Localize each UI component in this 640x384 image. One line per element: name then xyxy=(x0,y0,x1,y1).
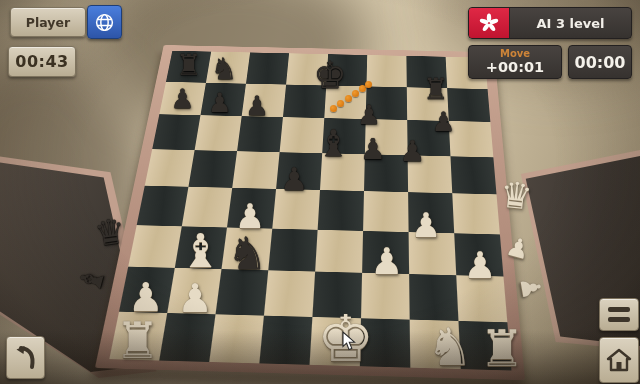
square-h4[interactable] xyxy=(452,193,500,234)
hong-kong-flag-icon xyxy=(469,8,510,38)
white-rook-a1[interactable]: ♜ xyxy=(115,316,160,366)
square-a5[interactable] xyxy=(145,149,195,187)
black-king-e8[interactable]: ♚ xyxy=(313,57,346,94)
captured-white-pawn: ♟ xyxy=(516,274,546,301)
black-pawn-f7[interactable]: ♟ xyxy=(357,103,381,130)
white-pawn-f3[interactable]: ♟ xyxy=(371,245,404,282)
black-knight-b8[interactable]: ♞ xyxy=(211,54,238,84)
black-pawn-a7[interactable]: ♟ xyxy=(171,87,195,114)
player-name-button[interactable]: Player xyxy=(10,7,86,37)
undo-arrow-icon xyxy=(14,345,38,371)
home-icon xyxy=(606,347,632,373)
white-king-e1[interactable]: ♚ xyxy=(317,307,375,372)
undo-button[interactable] xyxy=(6,336,45,379)
black-pawn-c7[interactable]: ♟ xyxy=(245,93,269,120)
square-e4[interactable] xyxy=(318,190,364,231)
white-pawn-g4[interactable]: ♟ xyxy=(411,208,441,242)
move-bonus-box: Move +00:01 xyxy=(468,45,562,79)
square-b6[interactable] xyxy=(195,115,242,151)
square-f4[interactable] xyxy=(363,191,409,232)
white-pawn-h3[interactable]: ♟ xyxy=(464,248,497,285)
menu-button[interactable] xyxy=(599,298,639,331)
move-bonus-value: +00:01 xyxy=(486,60,544,75)
opponent-name-label: AI 3 level xyxy=(510,8,631,38)
square-b4[interactable] xyxy=(182,187,232,227)
black-rook-a8[interactable]: ♜ xyxy=(176,51,202,80)
hamburger-menu-icon xyxy=(608,307,630,312)
square-g2[interactable] xyxy=(409,274,458,321)
black-pawn-g6[interactable]: ♟ xyxy=(399,138,425,167)
black-pawn-b7[interactable]: ♟ xyxy=(208,90,232,117)
black-bishop-e6[interactable]: ♝ xyxy=(317,125,350,161)
captured-black-queen: ♛ xyxy=(93,213,128,251)
square-c8[interactable] xyxy=(246,52,289,84)
square-e3[interactable] xyxy=(315,229,363,272)
player-avatar-button[interactable] xyxy=(87,5,122,39)
opponent-panel: AI 3 level xyxy=(468,7,632,39)
captured-white-queen: ♛ xyxy=(498,176,534,215)
globe-icon xyxy=(94,12,115,33)
black-pawn-h7[interactable]: ♟ xyxy=(432,109,456,136)
square-d2[interactable] xyxy=(264,270,315,316)
white-rook-h1[interactable]: ♜ xyxy=(479,324,524,374)
black-pawn-d5[interactable]: ♟ xyxy=(280,164,308,195)
square-c6[interactable] xyxy=(237,116,283,152)
home-button[interactable] xyxy=(599,337,639,383)
opponent-clock: 00:00 xyxy=(568,45,632,79)
player-clock-value: 00:43 xyxy=(15,52,68,71)
square-h5[interactable] xyxy=(450,156,496,194)
square-c1[interactable] xyxy=(209,314,264,363)
square-b5[interactable] xyxy=(188,150,237,188)
square-d1[interactable] xyxy=(259,315,312,365)
square-f8[interactable] xyxy=(366,55,406,87)
player-clock: 00:43 xyxy=(8,46,76,77)
player-name-label: Player xyxy=(26,15,70,30)
square-a6[interactable] xyxy=(152,114,200,150)
black-pawn-f6[interactable]: ♟ xyxy=(360,135,386,164)
white-knight-g1[interactable]: ♞ xyxy=(426,321,473,373)
square-d3[interactable] xyxy=(268,228,317,271)
white-bishop-b3[interactable]: ♝ xyxy=(180,228,221,274)
white-pawn-b2[interactable]: ♟ xyxy=(177,280,213,320)
square-a4[interactable] xyxy=(137,186,189,226)
black-knight-c3[interactable]: ♞ xyxy=(227,232,267,277)
square-a3[interactable] xyxy=(128,225,182,268)
opponent-clock-value: 00:00 xyxy=(575,53,626,72)
black-rook-h8[interactable]: ♜ xyxy=(423,75,449,104)
square-c5[interactable] xyxy=(232,151,279,189)
captured-white-pawn: ♟ xyxy=(503,232,532,263)
